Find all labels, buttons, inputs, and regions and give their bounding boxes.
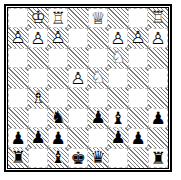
square-c2[interactable]: ♟♙ bbox=[108, 28, 128, 48]
black-king-glyph: ♚ bbox=[69, 149, 87, 167]
square-d8[interactable]: ♛ bbox=[88, 148, 108, 168]
square-f5[interactable] bbox=[48, 88, 68, 108]
square-f8[interactable]: ♝ bbox=[48, 148, 68, 168]
square-f1[interactable]: ♜♖ bbox=[48, 8, 68, 28]
piece-black-rook-a8: ♜ bbox=[149, 149, 167, 167]
square-c7[interactable]: ♟ bbox=[108, 128, 128, 148]
white-pawn-outline-glyph: ♙ bbox=[149, 29, 167, 47]
square-g7[interactable]: ♟ bbox=[28, 128, 48, 148]
white-rook-outline-glyph: ♖ bbox=[49, 9, 67, 27]
square-b3[interactable] bbox=[128, 48, 148, 68]
piece-white-pawn-e4: ♟♙ bbox=[69, 69, 87, 87]
piece-black-queen-d8: ♛ bbox=[88, 148, 108, 168]
white-pawn-outline-glyph: ♙ bbox=[69, 69, 87, 87]
board-frame: ♚♔♜♖♛♕♜♖♟♙♟♙♟♙♟♙♟♙♟♙♞♘♟♙♞♘♝♗♞♟♝♟♟♟♟♟♟♜♝♚… bbox=[4, 4, 172, 172]
black-bishop-glyph: ♝ bbox=[109, 109, 127, 127]
piece-white-pawn-a2: ♟♙ bbox=[149, 29, 167, 47]
black-pawn-glyph: ♟ bbox=[9, 129, 27, 147]
white-pawn-outline-glyph: ♙ bbox=[128, 28, 148, 48]
square-h6[interactable] bbox=[8, 108, 28, 128]
square-e1[interactable] bbox=[68, 8, 88, 28]
black-pawn-glyph: ♟ bbox=[88, 108, 108, 128]
piece-black-bishop-f8: ♝ bbox=[48, 148, 68, 168]
white-pawn-outline-glyph: ♙ bbox=[29, 29, 47, 47]
square-e3[interactable] bbox=[68, 48, 88, 68]
square-a5[interactable] bbox=[148, 88, 168, 108]
piece-white-knight-c3: ♞♘ bbox=[108, 48, 128, 68]
piece-black-king-e8: ♚ bbox=[69, 149, 87, 167]
square-b6[interactable] bbox=[128, 108, 148, 128]
piece-white-knight-d4: ♞♘ bbox=[88, 68, 108, 88]
square-d3[interactable] bbox=[88, 48, 108, 68]
black-pawn-glyph: ♟ bbox=[49, 129, 67, 147]
square-e2[interactable] bbox=[68, 28, 88, 48]
square-f4[interactable] bbox=[48, 68, 68, 88]
square-c6[interactable]: ♝ bbox=[108, 108, 128, 128]
square-g3[interactable] bbox=[28, 48, 48, 68]
white-knight-outline-glyph: ♘ bbox=[108, 48, 128, 68]
white-pawn-outline-glyph: ♙ bbox=[109, 29, 127, 47]
piece-black-pawn-h7: ♟ bbox=[9, 129, 27, 147]
piece-white-king-g1: ♚♔ bbox=[28, 8, 48, 28]
square-e4[interactable]: ♟♙ bbox=[68, 68, 88, 88]
square-d5[interactable] bbox=[88, 88, 108, 108]
piece-white-rook-f1: ♜♖ bbox=[49, 9, 67, 27]
square-b5[interactable] bbox=[128, 88, 148, 108]
square-a1[interactable]: ♜♖ bbox=[148, 8, 168, 28]
square-d7[interactable] bbox=[88, 128, 108, 148]
white-rook-outline-glyph: ♖ bbox=[148, 8, 168, 28]
square-a8[interactable]: ♜ bbox=[148, 148, 168, 168]
black-pawn-glyph: ♟ bbox=[149, 109, 167, 127]
chess-board: ♚♔♜♖♛♕♜♖♟♙♟♙♟♙♟♙♟♙♟♙♞♘♟♙♞♘♝♗♞♟♝♟♟♟♟♟♟♜♝♚… bbox=[8, 8, 168, 168]
square-h5[interactable] bbox=[8, 88, 28, 108]
white-pawn-outline-glyph: ♙ bbox=[48, 28, 68, 48]
white-pawn-outline-glyph: ♙ bbox=[8, 28, 28, 48]
black-bishop-glyph: ♝ bbox=[48, 148, 68, 168]
piece-black-bishop-c6: ♝ bbox=[109, 109, 127, 127]
piece-black-pawn-b7: ♟ bbox=[129, 129, 147, 147]
chess-diagram: ♚♔♜♖♛♕♜♖♟♙♟♙♟♙♟♙♟♙♟♙♞♘♟♙♞♘♝♗♞♟♝♟♟♟♟♟♟♜♝♚… bbox=[0, 0, 181, 176]
square-h1[interactable] bbox=[8, 8, 28, 28]
square-c1[interactable] bbox=[108, 8, 128, 28]
piece-white-pawn-g2: ♟♙ bbox=[29, 29, 47, 47]
square-c5[interactable] bbox=[108, 88, 128, 108]
piece-black-knight-f6: ♞ bbox=[48, 108, 68, 128]
white-knight-outline-glyph: ♘ bbox=[88, 68, 108, 88]
square-e8[interactable]: ♚ bbox=[68, 148, 88, 168]
square-f6[interactable]: ♞ bbox=[48, 108, 68, 128]
square-h3[interactable] bbox=[8, 48, 28, 68]
square-a7[interactable] bbox=[148, 128, 168, 148]
square-a6[interactable]: ♟ bbox=[148, 108, 168, 128]
piece-white-pawn-b2: ♟♙ bbox=[128, 28, 148, 48]
black-pawn-glyph: ♟ bbox=[28, 128, 48, 148]
square-g8[interactable] bbox=[28, 148, 48, 168]
black-rook-glyph: ♜ bbox=[8, 148, 28, 168]
square-a4[interactable] bbox=[148, 68, 168, 88]
piece-black-pawn-f7: ♟ bbox=[49, 129, 67, 147]
square-g6[interactable] bbox=[28, 108, 48, 128]
piece-black-pawn-g7: ♟ bbox=[28, 128, 48, 148]
square-e7[interactable] bbox=[68, 128, 88, 148]
square-d1[interactable]: ♛♕ bbox=[88, 8, 108, 28]
square-e5[interactable] bbox=[68, 88, 88, 108]
square-b1[interactable] bbox=[128, 8, 148, 28]
piece-white-bishop-g5: ♝♗ bbox=[28, 88, 48, 108]
white-bishop-outline-glyph: ♗ bbox=[28, 88, 48, 108]
square-b4[interactable] bbox=[128, 68, 148, 88]
square-b2[interactable]: ♟♙ bbox=[128, 28, 148, 48]
black-pawn-glyph: ♟ bbox=[129, 129, 147, 147]
black-rook-glyph: ♜ bbox=[149, 149, 167, 167]
piece-white-pawn-h2: ♟♙ bbox=[8, 28, 28, 48]
square-c3[interactable]: ♞♘ bbox=[108, 48, 128, 68]
square-h4[interactable] bbox=[8, 68, 28, 88]
board-inner-frame: ♚♔♜♖♛♕♜♖♟♙♟♙♟♙♟♙♟♙♟♙♞♘♟♙♞♘♝♗♞♟♝♟♟♟♟♟♟♜♝♚… bbox=[7, 7, 169, 169]
square-h2[interactable]: ♟♙ bbox=[8, 28, 28, 48]
piece-white-rook-a1: ♜♖ bbox=[148, 8, 168, 28]
white-king-outline-glyph: ♔ bbox=[28, 8, 48, 28]
square-f3[interactable] bbox=[48, 48, 68, 68]
black-pawn-glyph: ♟ bbox=[108, 128, 128, 148]
square-d2[interactable] bbox=[88, 28, 108, 48]
square-d4[interactable]: ♞♘ bbox=[88, 68, 108, 88]
piece-white-pawn-f2: ♟♙ bbox=[48, 28, 68, 48]
square-h8[interactable]: ♜ bbox=[8, 148, 28, 168]
white-queen-outline-glyph: ♕ bbox=[89, 9, 107, 27]
square-c8[interactable] bbox=[108, 148, 128, 168]
piece-white-pawn-c2: ♟♙ bbox=[109, 29, 127, 47]
square-f7[interactable]: ♟ bbox=[48, 128, 68, 148]
black-knight-glyph: ♞ bbox=[48, 108, 68, 128]
square-a3[interactable] bbox=[148, 48, 168, 68]
square-b8[interactable] bbox=[128, 148, 148, 168]
square-b7[interactable]: ♟ bbox=[128, 128, 148, 148]
square-f2[interactable]: ♟♙ bbox=[48, 28, 68, 48]
piece-black-pawn-a6: ♟ bbox=[149, 109, 167, 127]
square-g4[interactable] bbox=[28, 68, 48, 88]
square-a2[interactable]: ♟♙ bbox=[148, 28, 168, 48]
square-c4[interactable] bbox=[108, 68, 128, 88]
square-g2[interactable]: ♟♙ bbox=[28, 28, 48, 48]
square-g5[interactable]: ♝♗ bbox=[28, 88, 48, 108]
black-queen-glyph: ♛ bbox=[88, 148, 108, 168]
square-g1[interactable]: ♚♔ bbox=[28, 8, 48, 28]
square-h7[interactable]: ♟ bbox=[8, 128, 28, 148]
piece-white-queen-d1: ♛♕ bbox=[89, 9, 107, 27]
piece-black-pawn-d6: ♟ bbox=[88, 108, 108, 128]
piece-black-pawn-c7: ♟ bbox=[108, 128, 128, 148]
piece-black-rook-h8: ♜ bbox=[8, 148, 28, 168]
square-e6[interactable] bbox=[68, 108, 88, 128]
square-d6[interactable]: ♟ bbox=[88, 108, 108, 128]
